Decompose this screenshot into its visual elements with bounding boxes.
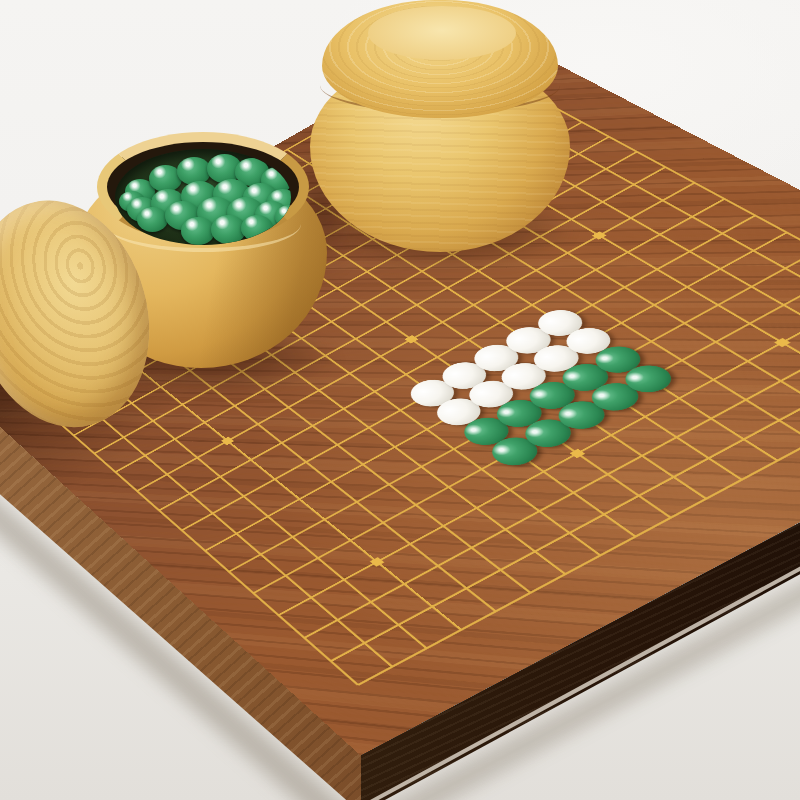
closed-bowl-lid-top [368, 6, 516, 60]
product-photo-scene [0, 0, 800, 800]
closed-stone-bowl [306, 0, 574, 260]
